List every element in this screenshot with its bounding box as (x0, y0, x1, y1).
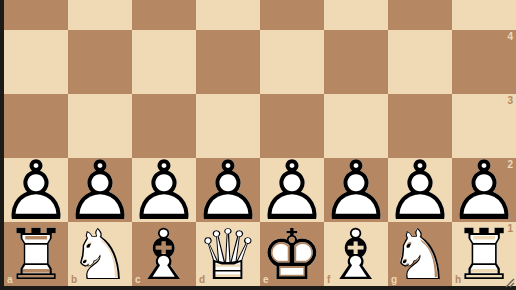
white-pawn[interactable]: ♟♙ (452, 158, 516, 222)
square-e2[interactable]: ♟♙ (260, 158, 324, 222)
square-g4[interactable] (388, 30, 452, 94)
square-a2[interactable]: ♟♙ (4, 158, 68, 222)
chess-board-viewport: 43♟♙♟♙♟♙♟♙♟♙♟♙♟♙2♟♙a♜♖b♞♘c♝♗d♛♕e♚♔f♝♗g♞♘… (0, 0, 516, 290)
white-pawn[interactable]: ♟♙ (196, 158, 260, 222)
square-f1[interactable]: f♝♗ (324, 222, 388, 286)
square-f4[interactable] (324, 30, 388, 94)
piece-outline-glyph: ♔ (260, 223, 324, 287)
white-pawn[interactable]: ♟♙ (132, 158, 196, 222)
square-a1[interactable]: a♜♖ (4, 222, 68, 286)
square-a4[interactable] (4, 30, 68, 94)
white-pawn[interactable]: ♟♙ (324, 158, 388, 222)
chess-board: 43♟♙♟♙♟♙♟♙♟♙♟♙♟♙2♟♙a♜♖b♞♘c♝♗d♛♕e♚♔f♝♗g♞♘… (4, 0, 516, 286)
square-d1[interactable]: d♛♕ (196, 222, 260, 286)
piece-outline-glyph: ♘ (388, 223, 452, 287)
white-knight[interactable]: ♞♘ (68, 222, 132, 286)
white-pawn[interactable]: ♟♙ (4, 158, 68, 222)
square-h5[interactable] (452, 0, 516, 30)
resize-handle-icon (504, 277, 515, 288)
white-bishop[interactable]: ♝♗ (132, 222, 196, 286)
white-knight[interactable]: ♞♘ (388, 222, 452, 286)
square-e1[interactable]: e♚♔ (260, 222, 324, 286)
piece-outline-glyph: ♗ (324, 223, 388, 287)
square-e5[interactable] (260, 0, 324, 30)
white-pawn[interactable]: ♟♙ (260, 158, 324, 222)
square-f2[interactable]: ♟♙ (324, 158, 388, 222)
square-c2[interactable]: ♟♙ (132, 158, 196, 222)
square-c1[interactable]: c♝♗ (132, 222, 196, 286)
white-king[interactable]: ♚♔ (260, 222, 324, 286)
square-d4[interactable] (196, 30, 260, 94)
square-g1[interactable]: g♞♘ (388, 222, 452, 286)
board-resize-handle[interactable] (504, 274, 515, 285)
square-g5[interactable] (388, 0, 452, 30)
square-f5[interactable] (324, 0, 388, 30)
square-h4[interactable]: 4 (452, 30, 516, 94)
white-rook[interactable]: ♜♖ (4, 222, 68, 286)
square-d2[interactable]: ♟♙ (196, 158, 260, 222)
white-queen[interactable]: ♛♕ (196, 222, 260, 286)
white-pawn[interactable]: ♟♙ (68, 158, 132, 222)
square-a5[interactable] (4, 0, 68, 30)
square-c5[interactable] (132, 0, 196, 30)
square-e4[interactable] (260, 30, 324, 94)
piece-outline-glyph: ♗ (132, 223, 196, 287)
piece-outline-glyph: ♘ (68, 223, 132, 287)
white-pawn[interactable]: ♟♙ (388, 158, 452, 222)
square-b2[interactable]: ♟♙ (68, 158, 132, 222)
square-b5[interactable] (68, 0, 132, 30)
square-d5[interactable] (196, 0, 260, 30)
square-h2[interactable]: 2♟♙ (452, 158, 516, 222)
square-c4[interactable] (132, 30, 196, 94)
square-b1[interactable]: b♞♘ (68, 222, 132, 286)
piece-outline-glyph: ♕ (196, 223, 260, 287)
rank-label-4: 4 (507, 31, 513, 42)
square-b4[interactable] (68, 30, 132, 94)
square-g2[interactable]: ♟♙ (388, 158, 452, 222)
white-bishop[interactable]: ♝♗ (324, 222, 388, 286)
rank-label-3: 3 (507, 95, 513, 106)
piece-outline-glyph: ♖ (4, 223, 68, 287)
